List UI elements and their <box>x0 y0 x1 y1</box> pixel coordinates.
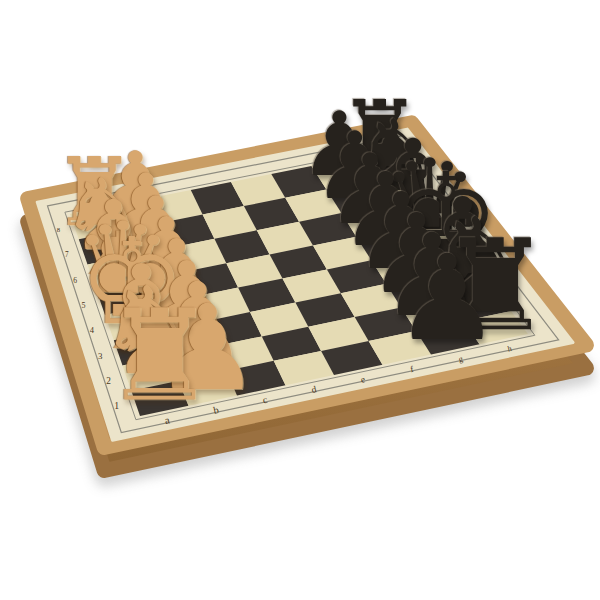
piece-black-pawn-g1: ♟ <box>395 239 501 357</box>
chess-set-product-photo: abcdefgh12345678 ♜♟♟♜♞♟♟♞♝♟♟♝♛♟♟♛♚♟♟♚♝♟♟… <box>0 0 600 600</box>
piece-white-rook-a1: ♜ <box>103 293 216 419</box>
pieces-layer: ♜♟♟♜♞♟♟♞♝♟♟♝♛♟♟♛♚♟♟♚♝♟♟♝♞♟♟♞♜♟♟♜ <box>0 0 600 600</box>
